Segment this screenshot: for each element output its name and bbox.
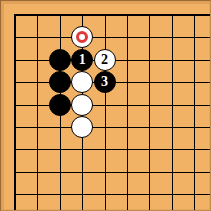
stone-black[interactable] <box>49 49 71 71</box>
grid-line-vertical <box>105 14 106 210</box>
grid-line-horizontal <box>14 149 210 150</box>
stone-white[interactable] <box>71 116 93 138</box>
grid-line-horizontal <box>14 172 210 173</box>
stone-black-move-1[interactable]: 1 <box>71 49 93 71</box>
move-number-label: 2 <box>101 52 108 66</box>
grid-line-horizontal <box>14 194 210 195</box>
move-number-label: 1 <box>79 52 86 66</box>
grid-line-vertical <box>194 14 195 210</box>
stone-white-move-2[interactable]: 2 <box>94 49 116 71</box>
stone-black[interactable] <box>49 94 71 116</box>
grid-line-horizontal <box>14 14 210 16</box>
grid-line-vertical <box>172 14 173 210</box>
grid-line-vertical <box>14 14 16 210</box>
grid-line-vertical <box>149 14 150 210</box>
stone-black[interactable] <box>49 71 71 93</box>
move-number-label: 3 <box>101 75 108 89</box>
grid-line-horizontal <box>14 127 210 128</box>
stone-white-circled[interactable] <box>71 26 93 48</box>
grid-line-horizontal <box>14 105 210 106</box>
circle-marker-icon <box>76 31 88 43</box>
grid-line-vertical <box>127 14 128 210</box>
grid-line-horizontal <box>14 37 210 38</box>
grid-line-vertical <box>37 14 38 210</box>
stone-white[interactable] <box>71 71 93 93</box>
go-board[interactable]: 123 <box>0 0 211 211</box>
stone-white[interactable] <box>71 94 93 116</box>
stone-black-move-3[interactable]: 3 <box>94 71 116 93</box>
